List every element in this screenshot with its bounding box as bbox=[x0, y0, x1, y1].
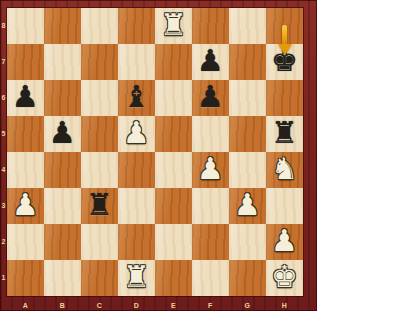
square-b1[interactable] bbox=[44, 260, 81, 296]
file-label-c: C bbox=[81, 302, 118, 309]
square-h4[interactable]: ♞ bbox=[266, 152, 303, 188]
black-pawn-f7: ♟ bbox=[197, 44, 224, 78]
square-c8[interactable] bbox=[81, 8, 118, 44]
square-f4[interactable]: ♟ bbox=[192, 152, 229, 188]
square-d5[interactable]: ♟ bbox=[118, 116, 155, 152]
square-e4[interactable] bbox=[155, 152, 192, 188]
square-e6[interactable] bbox=[155, 80, 192, 116]
square-g4[interactable] bbox=[229, 152, 266, 188]
square-h6[interactable] bbox=[266, 80, 303, 116]
square-b6[interactable] bbox=[44, 80, 81, 116]
square-c7[interactable] bbox=[81, 44, 118, 80]
square-c6[interactable] bbox=[81, 80, 118, 116]
square-b4[interactable] bbox=[44, 152, 81, 188]
file-label-g: G bbox=[229, 302, 266, 309]
square-h1[interactable]: ♚ bbox=[266, 260, 303, 296]
black-bishop-d6: ♝ bbox=[123, 80, 150, 114]
square-b2[interactable] bbox=[44, 224, 81, 260]
square-d2[interactable] bbox=[118, 224, 155, 260]
square-h2[interactable]: ♟ bbox=[266, 224, 303, 260]
white-pawn-h2: ♟ bbox=[271, 224, 298, 258]
square-f5[interactable] bbox=[192, 116, 229, 152]
square-e7[interactable] bbox=[155, 44, 192, 80]
rank-label-6: 6 bbox=[0, 94, 7, 101]
rank-label-7: 7 bbox=[0, 58, 7, 65]
square-g7[interactable] bbox=[229, 44, 266, 80]
square-e2[interactable] bbox=[155, 224, 192, 260]
square-d1[interactable]: ♜ bbox=[118, 260, 155, 296]
square-g3[interactable]: ♟ bbox=[229, 188, 266, 224]
square-g2[interactable] bbox=[229, 224, 266, 260]
square-d8[interactable] bbox=[118, 8, 155, 44]
square-f6[interactable]: ♟ bbox=[192, 80, 229, 116]
square-b8[interactable] bbox=[44, 8, 81, 44]
square-c5[interactable] bbox=[81, 116, 118, 152]
square-e8[interactable]: ♜ bbox=[155, 8, 192, 44]
white-rook-e8: ♜ bbox=[160, 8, 187, 42]
square-c1[interactable] bbox=[81, 260, 118, 296]
square-c4[interactable] bbox=[81, 152, 118, 188]
square-e1[interactable] bbox=[155, 260, 192, 296]
square-d3[interactable] bbox=[118, 188, 155, 224]
square-f1[interactable] bbox=[192, 260, 229, 296]
page: ♜♟♚♟♝♟♟♟♜♟♞♟♜♟♟♜♚ ABCDEFGH87654321 bbox=[0, 0, 414, 311]
black-pawn-a6: ♟ bbox=[12, 80, 39, 114]
square-g5[interactable] bbox=[229, 116, 266, 152]
rank-label-5: 5 bbox=[0, 130, 7, 137]
white-king-h1: ♚ bbox=[271, 260, 298, 294]
square-a8[interactable] bbox=[7, 8, 44, 44]
rank-label-2: 2 bbox=[0, 238, 7, 245]
square-a2[interactable] bbox=[7, 224, 44, 260]
square-f2[interactable] bbox=[192, 224, 229, 260]
square-g1[interactable] bbox=[229, 260, 266, 296]
square-b5[interactable]: ♟ bbox=[44, 116, 81, 152]
file-label-d: D bbox=[118, 302, 155, 309]
square-c2[interactable] bbox=[81, 224, 118, 260]
file-label-f: F bbox=[192, 302, 229, 309]
file-label-b: B bbox=[44, 302, 81, 309]
file-label-a: A bbox=[7, 302, 44, 309]
square-e3[interactable] bbox=[155, 188, 192, 224]
square-e5[interactable] bbox=[155, 116, 192, 152]
rank-label-1: 1 bbox=[0, 274, 7, 281]
square-b3[interactable] bbox=[44, 188, 81, 224]
square-d7[interactable] bbox=[118, 44, 155, 80]
square-a7[interactable] bbox=[7, 44, 44, 80]
square-f8[interactable] bbox=[192, 8, 229, 44]
square-g8[interactable] bbox=[229, 8, 266, 44]
square-d4[interactable] bbox=[118, 152, 155, 188]
square-g6[interactable] bbox=[229, 80, 266, 116]
square-f7[interactable]: ♟ bbox=[192, 44, 229, 80]
square-h5[interactable]: ♜ bbox=[266, 116, 303, 152]
black-king-h7: ♚ bbox=[271, 44, 298, 78]
white-knight-h4: ♞ bbox=[271, 152, 298, 186]
rank-label-4: 4 bbox=[0, 166, 7, 173]
chess-board: ♜♟♚♟♝♟♟♟♜♟♞♟♜♟♟♜♚ bbox=[7, 8, 303, 296]
white-pawn-d5: ♟ bbox=[123, 116, 150, 150]
square-h3[interactable] bbox=[266, 188, 303, 224]
square-a4[interactable] bbox=[7, 152, 44, 188]
black-rook-h5: ♜ bbox=[271, 116, 298, 150]
square-a5[interactable] bbox=[7, 116, 44, 152]
file-label-e: E bbox=[155, 302, 192, 309]
black-pawn-f6: ♟ bbox=[197, 80, 224, 114]
white-pawn-f4: ♟ bbox=[197, 152, 224, 186]
white-pawn-g3: ♟ bbox=[234, 188, 261, 222]
square-c3[interactable]: ♜ bbox=[81, 188, 118, 224]
black-rook-c3: ♜ bbox=[86, 188, 113, 222]
white-pawn-a3: ♟ bbox=[12, 188, 39, 222]
square-a6[interactable]: ♟ bbox=[7, 80, 44, 116]
white-rook-d1: ♜ bbox=[123, 260, 150, 294]
square-b7[interactable] bbox=[44, 44, 81, 80]
rank-label-3: 3 bbox=[0, 202, 7, 209]
square-h8[interactable] bbox=[266, 8, 303, 44]
square-h7[interactable]: ♚ bbox=[266, 44, 303, 80]
square-a3[interactable]: ♟ bbox=[7, 188, 44, 224]
file-label-h: H bbox=[266, 302, 303, 309]
square-d6[interactable]: ♝ bbox=[118, 80, 155, 116]
black-pawn-b5: ♟ bbox=[49, 116, 76, 150]
square-a1[interactable] bbox=[7, 260, 44, 296]
rank-label-8: 8 bbox=[0, 22, 7, 29]
chess-board-frame: ♜♟♚♟♝♟♟♟♜♟♞♟♜♟♟♜♚ ABCDEFGH87654321 bbox=[0, 0, 317, 311]
square-f3[interactable] bbox=[192, 188, 229, 224]
